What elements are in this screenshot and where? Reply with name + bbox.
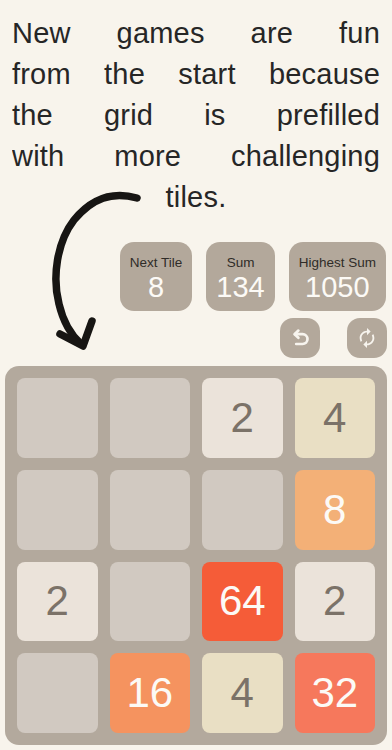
headline-line: the grid is prefilled — [12, 95, 380, 136]
tile-4: 4 — [295, 378, 376, 458]
empty-cell — [110, 378, 191, 458]
stat-highest-sum: Highest Sum1050 — [289, 242, 386, 311]
game-board[interactable]: 248264216432 — [5, 366, 387, 745]
tile-64: 64 — [202, 562, 283, 642]
stat-value: 1050 — [305, 271, 370, 304]
headline-line: with more challenging — [12, 136, 380, 177]
headline: New games are funfrom the start becauset… — [12, 13, 380, 218]
stat-sum: Sum134 — [206, 242, 274, 311]
undo-button[interactable] — [280, 318, 320, 358]
stat-next-tile: Next Tile8 — [120, 242, 193, 311]
stat-value: 134 — [216, 271, 264, 304]
headline-line: from the start because — [12, 54, 380, 95]
empty-cell — [110, 562, 191, 642]
controls-row — [280, 318, 387, 358]
app-screen: New games are funfrom the start becauset… — [0, 0, 392, 750]
stat-label: Next Tile — [130, 254, 183, 271]
tile-2: 2 — [202, 378, 283, 458]
empty-cell — [202, 470, 283, 550]
restart-button[interactable] — [347, 318, 387, 358]
stat-label: Highest Sum — [299, 254, 376, 271]
headline-line: tiles. — [12, 177, 380, 218]
refresh-icon — [356, 327, 378, 349]
empty-cell — [17, 470, 98, 550]
headline-line: New games are fun — [12, 13, 380, 54]
undo-icon — [288, 326, 312, 350]
stat-label: Sum — [227, 254, 255, 271]
stat-value: 8 — [148, 271, 164, 304]
tile-2: 2 — [295, 562, 376, 642]
tile-16: 16 — [110, 653, 191, 733]
stats-row: Next Tile8Sum134Highest Sum1050 — [120, 242, 386, 311]
tile-32: 32 — [295, 653, 376, 733]
tile-4: 4 — [202, 653, 283, 733]
tile-2: 2 — [17, 562, 98, 642]
empty-cell — [110, 470, 191, 550]
empty-cell — [17, 653, 98, 733]
empty-cell — [17, 378, 98, 458]
tile-8: 8 — [295, 470, 376, 550]
